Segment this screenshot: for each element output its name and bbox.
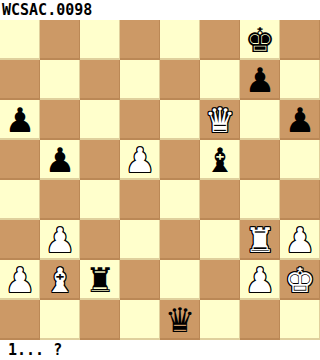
square-e5[interactable] (160, 140, 200, 180)
black-pawn-icon: ♟ (285, 103, 315, 137)
square-f1[interactable] (200, 300, 240, 340)
square-d2[interactable] (120, 260, 160, 300)
square-c2[interactable]: ♜ (80, 260, 120, 300)
white-pawn-icon: ♟ (45, 223, 75, 257)
square-h5[interactable] (280, 140, 320, 180)
square-h6[interactable]: ♟ (280, 100, 320, 140)
white-pawn-icon: ♟ (5, 263, 35, 297)
black-rook-icon: ♜ (85, 263, 115, 297)
square-h2[interactable]: ♚ (280, 260, 320, 300)
square-f4[interactable] (200, 180, 240, 220)
square-h3[interactable]: ♟ (280, 220, 320, 260)
chess-program-window: WCSAC.0098 ♚♟♟♛♟♟♟♝♟♜♟♟♝♜♟♚♛ 1... ? (0, 0, 320, 360)
square-b4[interactable] (40, 180, 80, 220)
square-d1[interactable] (120, 300, 160, 340)
square-a2[interactable]: ♟ (0, 260, 40, 300)
white-rook-icon: ♜ (245, 223, 275, 257)
black-pawn-icon: ♟ (5, 103, 35, 137)
square-h8[interactable] (280, 20, 320, 60)
black-queen-icon: ♛ (165, 303, 195, 337)
square-b2[interactable]: ♝ (40, 260, 80, 300)
square-d3[interactable] (120, 220, 160, 260)
square-a6[interactable]: ♟ (0, 100, 40, 140)
square-f6[interactable]: ♛ (200, 100, 240, 140)
square-g8[interactable]: ♚ (240, 20, 280, 60)
square-f7[interactable] (200, 60, 240, 100)
square-e2[interactable] (160, 260, 200, 300)
square-c5[interactable] (80, 140, 120, 180)
square-e8[interactable] (160, 20, 200, 60)
square-c6[interactable] (80, 100, 120, 140)
square-d4[interactable] (120, 180, 160, 220)
square-b5[interactable]: ♟ (40, 140, 80, 180)
square-g1[interactable] (240, 300, 280, 340)
square-a8[interactable] (0, 20, 40, 60)
square-a5[interactable] (0, 140, 40, 180)
white-bishop-icon: ♝ (45, 263, 75, 297)
square-c3[interactable] (80, 220, 120, 260)
white-queen-icon: ♛ (205, 103, 235, 137)
square-g4[interactable] (240, 180, 280, 220)
square-d5[interactable]: ♟ (120, 140, 160, 180)
square-b8[interactable] (40, 20, 80, 60)
puzzle-id: WCSAC.0098 (0, 0, 320, 20)
white-king-icon: ♚ (285, 263, 315, 297)
square-b7[interactable] (40, 60, 80, 100)
square-b6[interactable] (40, 100, 80, 140)
move-prompt: 1... ? (0, 340, 320, 360)
square-a7[interactable] (0, 60, 40, 100)
square-g7[interactable]: ♟ (240, 60, 280, 100)
square-g6[interactable] (240, 100, 280, 140)
square-c1[interactable] (80, 300, 120, 340)
square-e3[interactable] (160, 220, 200, 260)
square-e7[interactable] (160, 60, 200, 100)
black-king-icon: ♚ (245, 23, 275, 57)
square-d6[interactable] (120, 100, 160, 140)
square-b1[interactable] (40, 300, 80, 340)
square-a3[interactable] (0, 220, 40, 260)
square-c4[interactable] (80, 180, 120, 220)
square-d8[interactable] (120, 20, 160, 60)
square-f5[interactable]: ♝ (200, 140, 240, 180)
black-bishop-icon: ♝ (205, 143, 235, 177)
square-e4[interactable] (160, 180, 200, 220)
square-f2[interactable] (200, 260, 240, 300)
square-a4[interactable] (0, 180, 40, 220)
square-d7[interactable] (120, 60, 160, 100)
square-c7[interactable] (80, 60, 120, 100)
black-pawn-icon: ♟ (245, 63, 275, 97)
square-e6[interactable] (160, 100, 200, 140)
square-g3[interactable]: ♜ (240, 220, 280, 260)
square-h1[interactable] (280, 300, 320, 340)
black-pawn-icon: ♟ (45, 143, 75, 177)
chess-board: ♚♟♟♛♟♟♟♝♟♜♟♟♝♜♟♚♛ (0, 20, 320, 340)
square-g5[interactable] (240, 140, 280, 180)
square-h7[interactable] (280, 60, 320, 100)
square-h4[interactable] (280, 180, 320, 220)
square-e1[interactable]: ♛ (160, 300, 200, 340)
white-pawn-icon: ♟ (245, 263, 275, 297)
white-pawn-icon: ♟ (285, 223, 315, 257)
white-pawn-icon: ♟ (125, 143, 155, 177)
square-f3[interactable] (200, 220, 240, 260)
square-g2[interactable]: ♟ (240, 260, 280, 300)
square-f8[interactable] (200, 20, 240, 60)
square-c8[interactable] (80, 20, 120, 60)
square-a1[interactable] (0, 300, 40, 340)
square-b3[interactable]: ♟ (40, 220, 80, 260)
